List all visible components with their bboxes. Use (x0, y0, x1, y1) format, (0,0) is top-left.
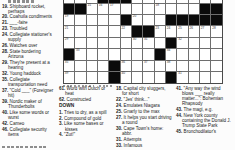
grid-cell-clipped (166, 0, 176, 3)
grid-cell[interactable] (109, 15, 119, 25)
grid-cell[interactable] (155, 61, 165, 71)
clue-text: Troubled (10, 26, 28, 31)
cell-number: 20 (133, 15, 137, 18)
grid-cell[interactable] (200, 49, 210, 59)
clue-item: 24. Collegiate stationer's supply (2, 32, 56, 42)
cell-number: 39 (65, 72, 69, 75)
cell-number: 17 (110, 4, 114, 7)
clipped-text-line-top (8, 0, 35, 2)
grid-cell[interactable] (87, 49, 97, 59)
crossword-grid: 1516171819202122232425262728293031323334… (63, 0, 223, 84)
cell-number: 26 (189, 27, 193, 30)
cell-number: 24 (167, 27, 171, 30)
clue-column-down-right: 41. "Any way the wind blows ___ really m… (176, 86, 233, 135)
grid-cell-clipped (143, 0, 153, 3)
grid-cell[interactable] (177, 49, 187, 59)
clue-text: Cape Town's home: abbr. (122, 126, 163, 136)
clue-text: The magi, e.g. (184, 107, 213, 112)
clue-number: 31. (116, 137, 124, 142)
clue-list-down-start: 1. Tries to dry, as a spill2. Compound o… (59, 110, 112, 138)
clue-text: Emulates Niagara (124, 103, 160, 108)
clue-text: Attempts (124, 137, 142, 142)
clue-number: 62. (59, 97, 67, 102)
grid-cell-black (200, 15, 210, 25)
clue-text: Cameo (10, 121, 25, 126)
grid-cell[interactable] (189, 49, 199, 59)
grid-cell[interactable]: 15 (87, 4, 97, 14)
grid-cell[interactable] (87, 72, 97, 82)
grid-cell-black (166, 15, 176, 25)
clue-number: 26. (2, 43, 10, 48)
clue-number: 20. (2, 14, 10, 19)
clue-item: 33. Infamous (116, 143, 172, 148)
grid-cell[interactable] (132, 72, 142, 82)
grid-cell-black (109, 61, 119, 71)
clue-item: 37. "Cold ___" (Foreigner hit) (2, 88, 56, 98)
clue-item: 19. Shipboard rocket, perhaps (2, 4, 56, 14)
grid-cell[interactable] (121, 38, 131, 48)
grid-cell-black (211, 4, 221, 14)
grid-cell[interactable] (155, 15, 165, 25)
grid-cell[interactable] (98, 15, 108, 25)
clue-item: 42. Cameo (2, 121, 56, 126)
grid-cell[interactable]: 25 (177, 26, 187, 36)
clue-text: Watches over (10, 43, 38, 48)
grid-cell-black (132, 26, 142, 36)
clue-list-down-mid: 18. Capital city sluggers, for short22. … (116, 86, 172, 148)
clue-item: 35. Collegiate transportation need (2, 77, 56, 87)
clue-item: 45. Bronchodilator's (176, 129, 233, 134)
clue-column-across-end-down: 61. Word with Dutch or heat62. Construct… (59, 86, 112, 138)
cell-number: 37 (144, 61, 148, 64)
grid-cell[interactable]: 31 (143, 38, 153, 48)
grid-cell-black (64, 49, 74, 59)
grid-cell[interactable]: 21 (64, 26, 74, 36)
grid-cell[interactable] (211, 61, 221, 71)
cell-number: 30 (133, 38, 137, 41)
cell-number: 32 (178, 38, 182, 41)
clue-item: 25. Gnarly to the max (116, 109, 172, 114)
grid-cell-clipped (189, 0, 199, 3)
clue-item: 29. They're present at a hearing (2, 60, 56, 70)
clue-text: "Zut!" (64, 132, 75, 137)
clue-text: They're present at a hearing (8, 60, 50, 70)
grid-cell-clipped (64, 0, 74, 3)
grid-cell[interactable]: 40 (121, 72, 131, 82)
clue-number: 22. (116, 97, 124, 102)
grid-cell[interactable] (87, 15, 97, 25)
cell-number: 21 (65, 27, 69, 30)
clue-item: 2. Compound of gold (59, 116, 112, 121)
grid-cell[interactable] (132, 61, 142, 71)
grid-cell[interactable] (87, 38, 97, 48)
clue-text: Collegiate security items (8, 127, 47, 137)
grid-cell[interactable]: 32 (177, 38, 187, 48)
clue-text: Shipboard rocket, perhaps (8, 4, 45, 14)
clue-text: Infamous (124, 143, 143, 148)
grid-cell[interactable] (98, 61, 108, 71)
clue-text: New York county containing the Donald J.… (182, 113, 231, 128)
grid-cell[interactable]: 28 (211, 26, 221, 36)
grid-cell-black (64, 4, 74, 14)
grid-cell[interactable] (211, 72, 221, 82)
grid-cell[interactable]: 37 (143, 61, 153, 71)
clue-item: 40. Like some words or wurst (2, 110, 56, 120)
grid-cell[interactable] (121, 4, 131, 14)
grid-cell[interactable] (98, 72, 108, 82)
grid-cell[interactable] (200, 61, 210, 71)
clue-text: Word with Dutch or heat (65, 86, 105, 96)
grid-cell[interactable] (177, 4, 187, 14)
clue-text: Constructed (67, 97, 92, 102)
clue-item: 28. State bordering Arizona (2, 49, 56, 59)
clue-text: State bordering Arizona (8, 49, 41, 59)
clue-number: 32. (2, 71, 10, 76)
grid-cell[interactable]: 16 (98, 4, 108, 14)
crossword-page: 19. Shipboard rocket, perhaps20. Coahuil… (0, 0, 235, 150)
grid-cell-black (109, 72, 119, 82)
cell-number: 40 (121, 72, 125, 75)
grid-cell-black (155, 49, 165, 59)
grid-cell[interactable] (109, 49, 119, 59)
clue-text: Collegiate transportation need (8, 77, 47, 87)
clue-text: Like some words or wurst (8, 110, 49, 120)
clue-number: 24. (116, 103, 124, 108)
grid-cell[interactable] (200, 72, 210, 82)
clue-item: 44. New York county containing the Donal… (176, 113, 233, 128)
cell-number: 19 (65, 15, 69, 18)
grid-cell[interactable] (132, 4, 142, 14)
grid-cell[interactable] (75, 72, 85, 82)
clue-text: Nordic maker of Thunderbolts (8, 99, 42, 109)
clue-number: 25. (116, 109, 124, 114)
clue-text: "Any way the wind blows ___ really matte… (182, 86, 223, 106)
grid-cell[interactable] (87, 26, 97, 36)
clue-item: 26. Watches over (2, 43, 56, 48)
clue-item: 4. "Zut!" (59, 132, 112, 137)
clue-number: 33. (116, 143, 124, 148)
grid-cell[interactable] (87, 61, 97, 71)
grid-cell[interactable] (143, 72, 153, 82)
grid-cell[interactable]: 34 (166, 49, 176, 59)
grid-cell[interactable] (211, 38, 221, 48)
grid-cell-clipped (177, 0, 187, 3)
grid-cell[interactable] (200, 38, 210, 48)
grid-cell-clipped (200, 0, 210, 3)
clue-item: 43. The magi, e.g. (176, 107, 233, 112)
clue-item: 39. Nordic maker of Thunderbolts (2, 99, 56, 109)
clue-item: 20. Coahuila condiments (2, 14, 56, 19)
clipped-text-line-bottom (2, 146, 47, 148)
cell-number: 38 (167, 61, 171, 64)
clue-item: 22. "Jes' think..." (116, 97, 172, 102)
clue-item: 18. Capital city sluggers, for short (116, 86, 172, 96)
down-header: DOWN (59, 103, 112, 108)
grid-cell[interactable] (109, 38, 119, 48)
clue-item: 41. "Any way the wind blows ___ really m… (176, 86, 233, 106)
grid-cell[interactable] (211, 49, 221, 59)
clue-item: 32. Young haddock (2, 71, 56, 76)
grid-cell[interactable]: 30 (132, 38, 142, 48)
clue-text: Capital city sluggers, for short (122, 86, 166, 96)
grid-cell[interactable] (189, 61, 199, 71)
cell-number: 29 (65, 38, 69, 41)
grid-cell[interactable] (143, 4, 153, 14)
grid-cell[interactable]: 41 (177, 72, 187, 82)
grid-cell[interactable]: 19 (64, 15, 74, 25)
grid-cell[interactable] (75, 26, 85, 36)
clue-number: 45. (176, 129, 184, 134)
grid-cell-black (200, 4, 210, 14)
clue-number: 23. (2, 26, 10, 31)
clue-text: It helps you start driving a round (122, 115, 172, 125)
clue-text: Gnarly to the max (124, 109, 160, 114)
cell-number: 35 (65, 61, 69, 64)
grid-cell[interactable] (98, 26, 108, 36)
cell-number: 34 (167, 49, 171, 52)
clue-number: 42. (2, 121, 10, 126)
clue-text: ___-faire (10, 20, 28, 25)
grid-cell[interactable]: 36 (121, 61, 131, 71)
grid-cell[interactable]: 24 (166, 26, 176, 36)
grid-cell[interactable] (132, 49, 142, 59)
cell-number: 27 (201, 27, 205, 30)
grid-cell[interactable]: 35 (64, 61, 74, 71)
grid-cell-black (75, 4, 85, 14)
grid-cell[interactable]: 38 (166, 61, 176, 71)
grid-cell[interactable]: 18 (155, 4, 165, 14)
grid-cell[interactable]: 22 (121, 26, 131, 36)
grid-cell-black (143, 26, 153, 36)
clue-text: Bronchodilator's (184, 129, 216, 134)
cell-number: 33 (76, 49, 80, 52)
grid-cell-black (189, 15, 199, 25)
grid-cell[interactable]: 20 (132, 15, 142, 25)
clue-number: 21. (2, 20, 10, 25)
clue-column-down-mid: 18. Capital city sluggers, for short22. … (116, 86, 172, 148)
grid-cell[interactable] (75, 61, 85, 71)
grid-cell[interactable]: 27 (200, 26, 210, 36)
clue-item: 61. Word with Dutch or heat (59, 86, 112, 96)
grid-cell[interactable] (189, 38, 199, 48)
cell-number: 23 (155, 27, 159, 30)
grid-cell-clipped (211, 0, 221, 3)
grid-cell-clipped (121, 0, 131, 3)
grid-cell[interactable] (177, 61, 187, 71)
grid-cell-black (166, 38, 176, 48)
clue-text: "Jes' think..." (124, 97, 150, 102)
clue-text: "Cold ___" (Foreigner hit) (8, 88, 53, 98)
clue-item: 23. Troubled (2, 26, 56, 31)
clue-item: 62. Constructed (59, 97, 112, 102)
grid-cell-black (166, 72, 176, 82)
clue-item: 21. ___-faire (2, 20, 56, 25)
grid-cell[interactable] (109, 26, 119, 36)
cell-number: 22 (121, 27, 125, 30)
clue-item: 31. Attempts (116, 137, 172, 142)
clue-list-across-end: 61. Word with Dutch or heat62. Construct… (59, 86, 112, 102)
cell-number: 15 (87, 4, 91, 7)
clue-item: 1. Tries to dry, as a spill (59, 110, 112, 115)
grid-cell[interactable] (98, 38, 108, 48)
clue-text: Like some bases or kisses (64, 121, 103, 131)
grid-cell-clipped (132, 0, 142, 3)
clue-item: 30. Cape Town's home: abbr. (116, 126, 172, 136)
grid-cell[interactable] (143, 15, 153, 25)
cell-number: 25 (178, 27, 182, 30)
clue-item: 46. Collegiate security items (2, 127, 56, 137)
grid-cell[interactable] (155, 38, 165, 48)
cell-number: 18 (155, 4, 159, 7)
cell-number: 36 (121, 61, 125, 64)
grid-cell[interactable] (189, 4, 199, 14)
grid-cell[interactable] (143, 49, 153, 59)
grid-cell-clipped (75, 0, 85, 3)
clue-list-across: 19. Shipboard rocket, perhaps20. Coahuil… (2, 4, 56, 137)
clue-item: 24. Emulates Niagara (116, 103, 172, 108)
clue-item: 3. Like some bases or kisses (59, 121, 112, 131)
cell-number: 28 (212, 27, 216, 30)
grid-cell[interactable]: 26 (189, 26, 199, 36)
clue-text: Coahuila condiments (10, 14, 52, 19)
clue-column-across-left: 19. Shipboard rocket, perhaps20. Coahuil… (2, 4, 56, 138)
grid-cell[interactable]: 17 (109, 4, 119, 14)
grid-cell[interactable]: 23 (155, 26, 165, 36)
clue-list-down-right: 41. "Any way the wind blows ___ really m… (176, 86, 233, 134)
grid-cell[interactable]: 29 (64, 38, 74, 48)
grid-cell[interactable] (189, 72, 199, 82)
grid-cell[interactable] (121, 49, 131, 59)
grid-cell[interactable]: 33 (75, 49, 85, 59)
grid-cell-black (177, 15, 187, 25)
grid-cell[interactable] (75, 38, 85, 48)
grid-cell-black (211, 15, 221, 25)
grid-cell[interactable]: 39 (64, 72, 74, 82)
clue-text: Compound of gold (64, 116, 101, 121)
clue-text: Collegiate stationer's supply (8, 32, 52, 42)
clue-text: Tries to dry, as a spill (64, 110, 106, 115)
grid-cell-black (121, 15, 131, 25)
grid-cell[interactable] (75, 15, 85, 25)
cell-number: 16 (99, 4, 103, 7)
cell-number: 31 (144, 38, 148, 41)
grid-cell[interactable] (98, 49, 108, 59)
clue-text: Young haddock (10, 71, 41, 76)
clue-number: 43. (176, 107, 184, 112)
grid-cell[interactable] (166, 4, 176, 14)
clue-item: 27. It helps you start driving a round (116, 115, 172, 125)
grid-cell[interactable] (155, 72, 165, 82)
cell-number: 41 (178, 72, 182, 75)
